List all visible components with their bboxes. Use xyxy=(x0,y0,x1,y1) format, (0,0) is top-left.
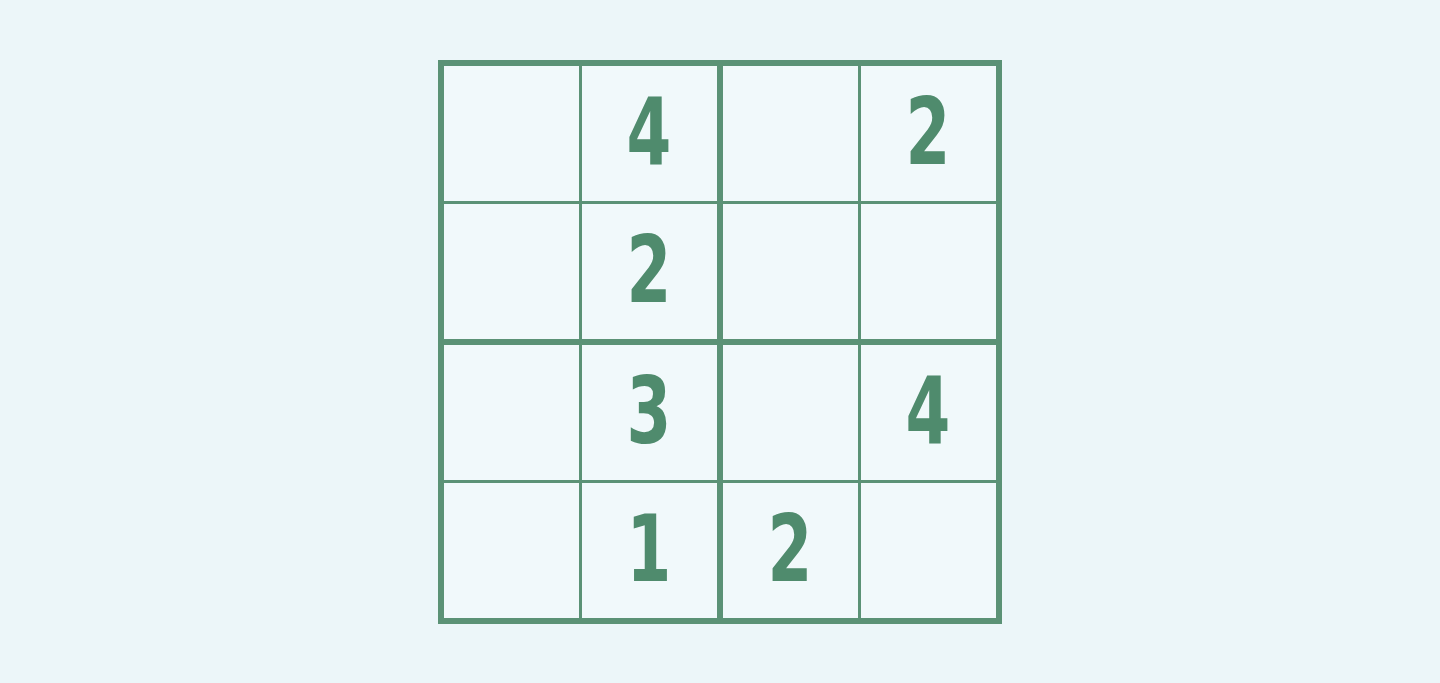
page: 4223412 xyxy=(0,0,1440,683)
given-digit: 3 xyxy=(627,366,672,458)
cell-r4c1[interactable] xyxy=(444,480,579,618)
cell-r2c4[interactable] xyxy=(858,201,996,339)
given-digit: 4 xyxy=(627,87,672,179)
given-digit: 4 xyxy=(906,366,951,458)
cell-r1c1[interactable] xyxy=(444,66,579,201)
cell-r3c1[interactable] xyxy=(444,339,579,480)
given-digit: 2 xyxy=(768,504,813,596)
cell-r1c4[interactable]: 2 xyxy=(858,66,996,201)
given-digit: 2 xyxy=(906,87,951,179)
given-digit: 2 xyxy=(627,225,672,317)
cell-r4c3[interactable]: 2 xyxy=(717,480,858,618)
cell-r1c3[interactable] xyxy=(717,66,858,201)
sudoku-board: 4223412 xyxy=(438,60,1002,624)
cell-r4c4[interactable] xyxy=(858,480,996,618)
cell-r4c2[interactable]: 1 xyxy=(579,480,717,618)
cell-r1c2[interactable]: 4 xyxy=(579,66,717,201)
cell-r3c3[interactable] xyxy=(717,339,858,480)
cell-r2c1[interactable] xyxy=(444,201,579,339)
given-digit: 1 xyxy=(627,504,672,596)
cell-r2c3[interactable] xyxy=(717,201,858,339)
cell-r2c2[interactable]: 2 xyxy=(579,201,717,339)
cell-r3c4[interactable]: 4 xyxy=(858,339,996,480)
cell-r3c2[interactable]: 3 xyxy=(579,339,717,480)
